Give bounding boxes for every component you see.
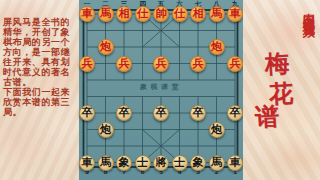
red-piece: 車 (79, 6, 95, 22)
black-piece: 馬 (209, 155, 225, 171)
black-piece: 車 (79, 155, 95, 171)
black-piece: 象 (190, 155, 206, 171)
video-frame: 屏风马是全书的精华，开创了象棋布局的另一个方向，是一部继往开来、具有划时代意义的… (0, 0, 320, 180)
black-piece: 卒 (79, 105, 95, 121)
board-point: 兵 (115, 55, 134, 72)
board-point (226, 121, 245, 138)
red-piece: 相 (190, 6, 206, 22)
red-piece: 相 (116, 6, 132, 22)
board-point (152, 22, 171, 39)
board-point: 卒 (78, 105, 97, 122)
black-piece: 馬 (98, 155, 114, 171)
board-point: 兵 (226, 55, 245, 72)
board-point (78, 88, 97, 105)
black-piece: 炮 (209, 122, 225, 138)
board-point (207, 72, 226, 89)
board-point (96, 72, 115, 89)
channel-title-vertical: 中国象棋古谱视频 (300, 3, 317, 17)
board-point (207, 55, 226, 72)
board-point: 象 (189, 154, 208, 171)
board-point: 車 (226, 154, 245, 171)
board-point (207, 138, 226, 155)
board-point (78, 72, 97, 89)
red-piece: 炮 (98, 39, 114, 55)
board-point (226, 22, 245, 39)
board-point (115, 22, 134, 39)
board-point: 車 (78, 154, 97, 171)
board-point (226, 39, 245, 56)
board-point: 相 (115, 6, 134, 23)
board-point: 士 (133, 154, 152, 171)
series-title-char-3: 谱 (254, 100, 280, 133)
board-point (96, 22, 115, 39)
red-piece: 兵 (153, 56, 169, 72)
board-point: 炮 (96, 121, 115, 138)
board-point: 帥 (152, 6, 171, 23)
pieces-grid: 車馬相仕帥仕相馬車炮炮兵兵兵兵兵卒卒卒卒卒炮炮車馬象士將士象馬車 (78, 6, 245, 171)
board-point (133, 88, 152, 105)
black-piece: 車 (227, 155, 243, 171)
board-point (170, 121, 189, 138)
red-piece: 兵 (190, 56, 206, 72)
board-point: 兵 (78, 55, 97, 72)
xiangqi-board: 一二三四五六七八九 987654321 象棋课堂 車馬相仕帥仕相馬車炮炮兵兵兵兵… (79, 0, 243, 180)
board-point: 馬 (207, 6, 226, 23)
board-point (152, 121, 171, 138)
black-piece: 士 (135, 155, 151, 171)
board-point: 炮 (96, 39, 115, 56)
board-point (170, 88, 189, 105)
commentary-paragraph-1: 屏风马是全书的精华，开创了象棋布局的另一个方向，是一部继往开来、具有划时代意义的… (3, 17, 73, 87)
board-point (170, 39, 189, 56)
board-point (226, 88, 245, 105)
red-piece: 馬 (209, 6, 225, 22)
board-point (189, 121, 208, 138)
black-piece: 卒 (190, 105, 206, 121)
board-point: 相 (189, 6, 208, 23)
board-point: 兵 (189, 55, 208, 72)
board-point (133, 72, 152, 89)
board-point (189, 72, 208, 89)
board-point: 車 (78, 6, 97, 23)
board-point (115, 39, 134, 56)
board-point (133, 22, 152, 39)
board-point: 車 (226, 6, 245, 23)
board-point (207, 22, 226, 39)
board-point (96, 88, 115, 105)
board-point (170, 72, 189, 89)
board-point: 馬 (96, 154, 115, 171)
board-point (115, 138, 134, 155)
board-point (133, 55, 152, 72)
black-piece: 士 (172, 155, 188, 171)
board-point (78, 22, 97, 39)
board-point (152, 72, 171, 89)
board-point: 卒 (226, 105, 245, 122)
board-point (226, 72, 245, 89)
red-piece: 馬 (98, 6, 114, 22)
board-point (152, 138, 171, 155)
board-point (133, 39, 152, 56)
board-point (115, 121, 134, 138)
board-point (170, 22, 189, 39)
board-point (170, 105, 189, 122)
board-point (78, 138, 97, 155)
black-piece: 炮 (98, 122, 114, 138)
board-point: 馬 (207, 154, 226, 171)
red-piece: 兵 (227, 56, 243, 72)
red-piece: 兵 (116, 56, 132, 72)
board-point (115, 88, 134, 105)
board-point: 卒 (115, 105, 134, 122)
board-point (170, 55, 189, 72)
board-point (170, 138, 189, 155)
board-point: 炮 (207, 39, 226, 56)
board-point (133, 121, 152, 138)
board-point: 仕 (170, 6, 189, 23)
board-point (189, 39, 208, 56)
board-point: 炮 (207, 121, 226, 138)
board-point (96, 105, 115, 122)
black-piece: 卒 (227, 105, 243, 121)
red-piece: 仕 (135, 6, 151, 22)
board-point (78, 39, 97, 56)
red-piece: 炮 (209, 39, 225, 55)
board-point: 士 (170, 154, 189, 171)
board-point: 象 (115, 154, 134, 171)
board-point: 馬 (96, 6, 115, 23)
black-piece: 象 (116, 155, 132, 171)
left-commentary-panel: 屏风马是全书的精华，开创了象棋布局的另一个方向，是一部继往开来、具有划时代意义的… (0, 0, 79, 180)
red-piece: 兵 (79, 56, 95, 72)
board-point (96, 138, 115, 155)
board-point (78, 121, 97, 138)
board-point: 卒 (152, 105, 171, 122)
board-point: 將 (152, 154, 171, 171)
board-point (96, 55, 115, 72)
board-point: 仕 (133, 6, 152, 23)
board-point (133, 138, 152, 155)
board-point (207, 105, 226, 122)
board-point (133, 105, 152, 122)
board-point (226, 138, 245, 155)
board-point (207, 88, 226, 105)
black-piece: 將 (153, 155, 169, 171)
black-piece: 卒 (116, 105, 132, 121)
board-point (189, 88, 208, 105)
red-piece: 仕 (172, 6, 188, 22)
right-title-panel: 中国象棋古谱视频 梅 花 谱 (243, 0, 320, 180)
series-title-char-1: 梅 (264, 47, 290, 80)
board-point (189, 22, 208, 39)
board-point (152, 88, 171, 105)
board-point (189, 138, 208, 155)
board-point (115, 72, 134, 89)
black-piece: 卒 (153, 105, 169, 121)
red-piece: 帥 (153, 6, 169, 22)
board-point: 卒 (189, 105, 208, 122)
commentary-block: 屏风马是全书的精华，开创了象棋布局的另一个方向，是一部继往开来、具有划时代意义的… (0, 17, 73, 117)
board-point (152, 39, 171, 56)
board-point: 兵 (152, 55, 171, 72)
commentary-paragraph-2: 下面我们一起来欣赏本谱的第三局。 (3, 87, 73, 117)
red-piece: 車 (227, 6, 243, 22)
